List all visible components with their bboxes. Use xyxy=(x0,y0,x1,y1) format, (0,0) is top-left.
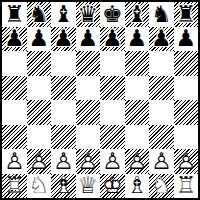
square-e8[interactable]: ♚ xyxy=(100,2,125,27)
square-f8[interactable]: ♝ xyxy=(125,2,150,27)
piece-black-pawn[interactable]: ♟ xyxy=(174,27,199,52)
piece-white-pawn[interactable]: ♟♙ xyxy=(174,149,199,174)
square-d4[interactable] xyxy=(76,100,101,125)
square-b3[interactable] xyxy=(27,125,52,150)
piece-white-pawn[interactable]: ♟♙ xyxy=(149,149,174,174)
piece-white-bishop[interactable]: ♝♗ xyxy=(125,174,150,199)
piece-black-king[interactable]: ♚ xyxy=(100,2,125,27)
square-c1[interactable]: ♝♗ xyxy=(51,174,76,199)
piece-black-queen[interactable]: ♛ xyxy=(76,2,101,27)
piece-glyph: ♙ xyxy=(126,150,147,173)
piece-white-knight[interactable]: ♞♘ xyxy=(27,174,52,199)
square-e1[interactable]: ♚♔ xyxy=(100,174,125,199)
square-b5[interactable] xyxy=(27,76,52,101)
square-h5[interactable] xyxy=(174,76,199,101)
square-f7[interactable]: ♟ xyxy=(125,27,150,52)
square-g1[interactable]: ♞♘ xyxy=(149,174,174,199)
square-a6[interactable] xyxy=(2,51,27,76)
piece-glyph: ♖ xyxy=(4,174,25,197)
square-d1[interactable]: ♛♕ xyxy=(76,174,101,199)
square-f2[interactable]: ♟♙ xyxy=(125,149,150,174)
piece-black-knight[interactable]: ♞ xyxy=(149,2,174,27)
piece-glyph: ♟ xyxy=(151,27,172,50)
piece-glyph: ♘ xyxy=(28,174,49,197)
piece-glyph: ♙ xyxy=(28,150,49,173)
square-b2[interactable]: ♟♙ xyxy=(27,149,52,174)
square-f6[interactable] xyxy=(125,51,150,76)
piece-white-queen[interactable]: ♛♕ xyxy=(76,174,101,199)
piece-glyph: ♜ xyxy=(175,3,196,26)
square-b8[interactable]: ♞ xyxy=(27,2,52,27)
square-f5[interactable] xyxy=(125,76,150,101)
piece-white-pawn[interactable]: ♟♙ xyxy=(27,149,52,174)
piece-glyph: ♟ xyxy=(4,27,25,50)
square-c2[interactable]: ♟♙ xyxy=(51,149,76,174)
piece-glyph: ♗ xyxy=(126,174,147,197)
piece-white-rook[interactable]: ♜♖ xyxy=(174,174,199,199)
piece-glyph: ♛ xyxy=(77,3,98,26)
piece-black-pawn[interactable]: ♟ xyxy=(149,27,174,52)
square-c6[interactable] xyxy=(51,51,76,76)
piece-glyph: ♔ xyxy=(102,174,123,197)
piece-glyph: ♟ xyxy=(102,27,123,50)
square-e7[interactable]: ♟ xyxy=(100,27,125,52)
square-f4[interactable] xyxy=(125,100,150,125)
square-e2[interactable]: ♟♙ xyxy=(100,149,125,174)
piece-black-pawn[interactable]: ♟ xyxy=(2,27,27,52)
piece-white-king[interactable]: ♚♔ xyxy=(100,174,125,199)
square-e4[interactable] xyxy=(100,100,125,125)
square-d5[interactable] xyxy=(76,76,101,101)
square-g5[interactable] xyxy=(149,76,174,101)
square-f3[interactable] xyxy=(125,125,150,150)
square-b4[interactable] xyxy=(27,100,52,125)
square-c5[interactable] xyxy=(51,76,76,101)
piece-glyph: ♟ xyxy=(77,27,98,50)
piece-glyph: ♝ xyxy=(53,3,74,26)
piece-white-rook[interactable]: ♜♖ xyxy=(2,174,27,199)
square-g7[interactable]: ♟ xyxy=(149,27,174,52)
square-h8[interactable]: ♜ xyxy=(174,2,199,27)
piece-glyph: ♙ xyxy=(53,150,74,173)
piece-glyph: ♙ xyxy=(102,150,123,173)
piece-glyph: ♜ xyxy=(4,3,25,26)
square-e6[interactable] xyxy=(100,51,125,76)
square-c4[interactable] xyxy=(51,100,76,125)
square-g8[interactable]: ♞ xyxy=(149,2,174,27)
piece-glyph: ♞ xyxy=(28,3,49,26)
square-d8[interactable]: ♛ xyxy=(76,2,101,27)
piece-black-pawn[interactable]: ♟ xyxy=(100,27,125,52)
piece-glyph: ♟ xyxy=(28,27,49,50)
piece-white-pawn[interactable]: ♟♙ xyxy=(51,149,76,174)
square-c7[interactable]: ♟ xyxy=(51,27,76,52)
piece-black-pawn[interactable]: ♟ xyxy=(51,27,76,52)
square-a3[interactable] xyxy=(2,125,27,150)
piece-black-rook[interactable]: ♜ xyxy=(2,2,27,27)
piece-white-knight[interactable]: ♞♘ xyxy=(149,174,174,199)
square-f1[interactable]: ♝♗ xyxy=(125,174,150,199)
square-d7[interactable]: ♟ xyxy=(76,27,101,52)
square-b6[interactable] xyxy=(27,51,52,76)
piece-black-bishop[interactable]: ♝ xyxy=(125,2,150,27)
square-c3[interactable] xyxy=(51,125,76,150)
square-h3[interactable] xyxy=(174,125,199,150)
piece-black-pawn[interactable]: ♟ xyxy=(125,27,150,52)
piece-glyph: ♚ xyxy=(102,3,123,26)
piece-glyph: ♗ xyxy=(53,174,74,197)
piece-glyph: ♙ xyxy=(77,150,98,173)
square-a1[interactable]: ♜♖ xyxy=(2,174,27,199)
piece-white-bishop[interactable]: ♝♗ xyxy=(51,174,76,199)
piece-glyph: ♟ xyxy=(175,27,196,50)
square-b1[interactable]: ♞♘ xyxy=(27,174,52,199)
chess-board: ♜♞♝♛♚♝♞♜♟♟♟♟♟♟♟♟♟♙♟♙♟♙♟♙♟♙♟♙♟♙♟♙♜♖♞♘♝♗♛♕… xyxy=(2,2,198,198)
square-g6[interactable] xyxy=(149,51,174,76)
piece-glyph: ♕ xyxy=(77,174,98,197)
square-e5[interactable] xyxy=(100,76,125,101)
piece-black-pawn[interactable]: ♟ xyxy=(27,27,52,52)
piece-white-pawn[interactable]: ♟♙ xyxy=(125,149,150,174)
piece-white-pawn[interactable]: ♟♙ xyxy=(76,149,101,174)
square-h7[interactable]: ♟ xyxy=(174,27,199,52)
square-h4[interactable] xyxy=(174,100,199,125)
piece-glyph: ♟ xyxy=(53,27,74,50)
piece-black-bishop[interactable]: ♝ xyxy=(51,2,76,27)
square-d3[interactable] xyxy=(76,125,101,150)
square-a2[interactable]: ♟♙ xyxy=(2,149,27,174)
square-g4[interactable] xyxy=(149,100,174,125)
piece-glyph: ♘ xyxy=(151,174,172,197)
square-g3[interactable] xyxy=(149,125,174,150)
square-h2[interactable]: ♟♙ xyxy=(174,149,199,174)
square-a7[interactable]: ♟ xyxy=(2,27,27,52)
square-e3[interactable] xyxy=(100,125,125,150)
square-a5[interactable] xyxy=(2,76,27,101)
chess-board-frame: ♜♞♝♛♚♝♞♜♟♟♟♟♟♟♟♟♟♙♟♙♟♙♟♙♟♙♟♙♟♙♟♙♜♖♞♘♝♗♛♕… xyxy=(0,0,200,200)
piece-glyph: ♙ xyxy=(151,150,172,173)
square-a4[interactable] xyxy=(2,100,27,125)
square-h6[interactable] xyxy=(174,51,199,76)
square-c8[interactable]: ♝ xyxy=(51,2,76,27)
square-h1[interactable]: ♜♖ xyxy=(174,174,199,199)
square-b7[interactable]: ♟ xyxy=(27,27,52,52)
piece-glyph: ♝ xyxy=(126,3,147,26)
square-d2[interactable]: ♟♙ xyxy=(76,149,101,174)
piece-glyph: ♙ xyxy=(4,150,25,173)
square-d6[interactable] xyxy=(76,51,101,76)
piece-black-pawn[interactable]: ♟ xyxy=(76,27,101,52)
piece-white-pawn[interactable]: ♟♙ xyxy=(100,149,125,174)
piece-white-pawn[interactable]: ♟♙ xyxy=(2,149,27,174)
piece-glyph: ♙ xyxy=(175,150,196,173)
piece-glyph: ♖ xyxy=(175,174,196,197)
square-a8[interactable]: ♜ xyxy=(2,2,27,27)
piece-black-rook[interactable]: ♜ xyxy=(174,2,199,27)
square-g2[interactable]: ♟♙ xyxy=(149,149,174,174)
piece-glyph: ♟ xyxy=(126,27,147,50)
piece-black-knight[interactable]: ♞ xyxy=(27,2,52,27)
piece-glyph: ♞ xyxy=(151,3,172,26)
